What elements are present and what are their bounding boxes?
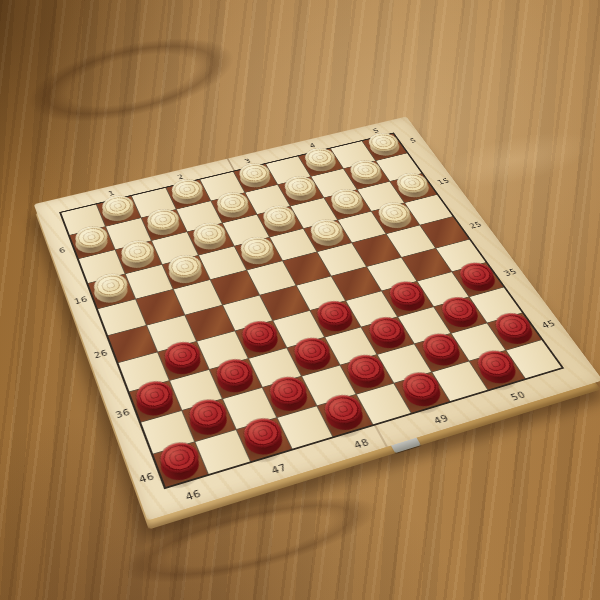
red-man-top-face — [238, 318, 282, 350]
red-man-top-face — [417, 330, 463, 363]
square-45[interactable] — [488, 313, 541, 349]
square-32[interactable] — [235, 321, 285, 358]
red-man-top-face — [397, 369, 445, 404]
light-square — [399, 307, 451, 343]
square-33[interactable] — [310, 301, 361, 337]
square-48[interactable] — [317, 395, 372, 436]
coord-label-left-1: 16 — [73, 295, 89, 305]
red-man-square-35[interactable] — [456, 265, 500, 294]
red-man-square-41[interactable] — [186, 402, 232, 438]
red-man-square-50[interactable] — [473, 353, 521, 387]
red-man-top-face — [156, 438, 203, 477]
light-square — [223, 388, 276, 429]
coord-label-left-2: 26 — [93, 348, 110, 359]
light-square — [195, 430, 249, 474]
red-man-square-37[interactable] — [213, 362, 258, 396]
square-44[interactable] — [415, 334, 468, 372]
red-man-top-face — [319, 391, 366, 427]
square-50[interactable] — [470, 351, 525, 390]
square-42[interactable] — [263, 377, 316, 417]
coord-label-bottom-4: 50 — [509, 390, 527, 402]
coord-label-bottom-1: 47 — [270, 462, 289, 476]
light-square — [273, 311, 323, 347]
red-man-square-46[interactable] — [157, 445, 204, 484]
red-man-square-31[interactable] — [161, 344, 205, 377]
square-40[interactable] — [435, 297, 487, 332]
square-21[interactable] — [136, 289, 184, 324]
square-39[interactable] — [362, 317, 414, 354]
light-square — [141, 411, 194, 453]
square-37[interactable] — [210, 359, 262, 398]
light-square — [433, 362, 488, 401]
red-man-top-face — [265, 373, 311, 408]
square-27[interactable] — [185, 305, 234, 341]
red-man-square-32[interactable] — [239, 324, 283, 356]
red-man-top-face — [364, 314, 409, 346]
coord-label-bottom-3: 49 — [432, 413, 451, 426]
square-41[interactable] — [182, 400, 235, 442]
light-square — [98, 299, 146, 335]
coord-label-right-3: 35 — [502, 267, 519, 277]
red-man-square-45[interactable] — [491, 316, 538, 348]
coord-label-bottom-0: 46 — [184, 488, 203, 502]
white-man-square-16[interactable] — [91, 276, 132, 306]
coord-label-top-1: 2 — [176, 173, 185, 180]
light-square — [347, 292, 398, 327]
checkers-board: 123455152535454647484950616263646 — [34, 117, 600, 521]
red-man-square-42[interactable] — [266, 379, 312, 414]
coord-label-top-2: 3 — [243, 157, 252, 164]
table-surface: 123455152535454647484950616263646 — [0, 0, 600, 600]
light-square — [170, 370, 222, 410]
red-man-square-34[interactable] — [386, 284, 430, 314]
light-square — [325, 328, 377, 365]
coord-label-top-4: 5 — [371, 127, 380, 134]
square-38[interactable] — [287, 338, 339, 376]
square-43[interactable] — [340, 355, 393, 394]
red-man-top-face — [212, 355, 257, 389]
coord-label-right-4: 45 — [540, 319, 558, 330]
coord-label-right-2: 25 — [467, 220, 483, 229]
light-square — [470, 288, 522, 323]
red-man-top-face — [436, 294, 481, 325]
red-man-square-48[interactable] — [321, 398, 369, 434]
white-man-top-face — [364, 131, 402, 154]
light-square — [223, 295, 272, 330]
red-man-top-face — [133, 377, 178, 412]
light-square — [507, 340, 562, 378]
square-35[interactable] — [453, 263, 504, 297]
square-34[interactable] — [383, 282, 434, 317]
red-man-square-40[interactable] — [438, 300, 483, 331]
red-man-square-36[interactable] — [133, 384, 178, 419]
light-square — [147, 315, 196, 352]
coord-label-top-3: 4 — [308, 142, 317, 149]
square-28[interactable] — [260, 286, 309, 321]
light-square — [249, 349, 301, 388]
light-square — [277, 407, 332, 449]
red-man-top-face — [161, 338, 205, 371]
coord-label-bottom-2: 48 — [352, 437, 371, 450]
red-man-square-44[interactable] — [419, 336, 466, 369]
square-46[interactable] — [153, 442, 207, 487]
red-man-square-33[interactable] — [313, 304, 357, 335]
light-square — [197, 332, 247, 370]
coord-label-left-4: 46 — [137, 471, 155, 485]
square-36[interactable] — [130, 381, 181, 422]
red-man-top-face — [289, 334, 334, 367]
red-man-top-face — [342, 351, 388, 385]
light-square — [356, 384, 411, 425]
light-square — [119, 353, 169, 392]
coord-label-right-0: 5 — [409, 137, 418, 144]
square-49[interactable] — [395, 373, 450, 413]
red-man-square-38[interactable] — [290, 340, 335, 373]
coord-label-left-0: 6 — [58, 246, 67, 254]
wood-grain-knot — [0, 3, 264, 157]
playing-field — [59, 132, 564, 489]
square-47[interactable] — [237, 418, 291, 461]
square-31[interactable] — [158, 342, 208, 380]
red-man-top-face — [185, 396, 231, 432]
red-man-square-43[interactable] — [344, 357, 390, 391]
square-26[interactable] — [108, 325, 157, 362]
red-man-top-face — [239, 414, 286, 451]
coord-label-left-3: 36 — [114, 407, 131, 419]
red-man-square-47[interactable] — [240, 421, 288, 459]
red-man-top-face — [472, 347, 520, 380]
red-man-square-39[interactable] — [365, 320, 410, 352]
coord-label-right-1: 15 — [436, 177, 451, 186]
light-square — [378, 344, 431, 382]
light-square — [452, 324, 505, 361]
light-square — [302, 366, 355, 406]
red-man-square-49[interactable] — [398, 375, 446, 410]
red-man-top-face — [489, 310, 535, 342]
red-man-top-face — [312, 298, 356, 329]
